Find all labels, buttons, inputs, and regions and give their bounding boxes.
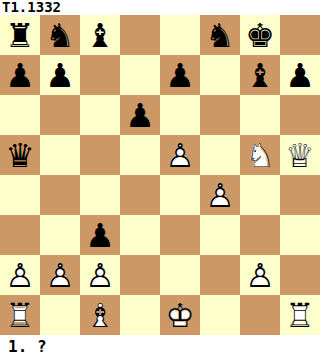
square-d5[interactable] [120, 135, 160, 175]
piece-black-rook: ♜ [0, 15, 40, 55]
square-b7[interactable]: ♟ [40, 55, 80, 95]
square-e6[interactable] [160, 95, 200, 135]
square-d4[interactable] [120, 175, 160, 215]
square-g4[interactable] [240, 175, 280, 215]
square-a4[interactable] [0, 175, 40, 215]
square-a7[interactable]: ♟ [0, 55, 40, 95]
square-g1[interactable] [240, 295, 280, 335]
piece-black-queen: ♛ [0, 135, 40, 175]
square-c7[interactable] [80, 55, 120, 95]
piece-white-pawn: ♟♙ [240, 255, 280, 295]
square-b5[interactable] [40, 135, 80, 175]
square-h5[interactable]: ♛♕ [280, 135, 320, 175]
piece-black-bishop: ♝ [80, 15, 120, 55]
piece-white-queen: ♛♕ [280, 135, 320, 175]
piece-white-rook: ♜♖ [280, 295, 320, 335]
square-b1[interactable] [40, 295, 80, 335]
square-h4[interactable] [280, 175, 320, 215]
square-h1[interactable]: ♜♖ [280, 295, 320, 335]
square-f4[interactable]: ♟♙ [200, 175, 240, 215]
puzzle-title: T1.1332 [0, 0, 320, 15]
square-c6[interactable] [80, 95, 120, 135]
square-d3[interactable] [120, 215, 160, 255]
square-h7[interactable]: ♟ [280, 55, 320, 95]
square-d6[interactable]: ♟ [120, 95, 160, 135]
piece-white-pawn: ♟♙ [40, 255, 80, 295]
square-a5[interactable]: ♛ [0, 135, 40, 175]
piece-white-knight: ♞♘ [240, 135, 280, 175]
chess-board: ♜♞♝♞♚♟♟♟♝♟♟♛♟♙♞♘♛♕♟♙♟♟♙♟♙♟♙♟♙♜♖♝♗♚♔♜♖ [0, 15, 320, 335]
square-e2[interactable] [160, 255, 200, 295]
square-f3[interactable] [200, 215, 240, 255]
piece-white-bishop: ♝♗ [80, 295, 120, 335]
square-g5[interactable]: ♞♘ [240, 135, 280, 175]
square-e1[interactable]: ♚♔ [160, 295, 200, 335]
piece-black-knight: ♞ [200, 15, 240, 55]
piece-white-king: ♚♔ [160, 295, 200, 335]
square-h2[interactable] [280, 255, 320, 295]
square-h6[interactable] [280, 95, 320, 135]
square-a3[interactable] [0, 215, 40, 255]
square-d8[interactable] [120, 15, 160, 55]
square-a1[interactable]: ♜♖ [0, 295, 40, 335]
square-b2[interactable]: ♟♙ [40, 255, 80, 295]
piece-white-pawn: ♟♙ [80, 255, 120, 295]
square-c2[interactable]: ♟♙ [80, 255, 120, 295]
piece-black-bishop: ♝ [240, 55, 280, 95]
square-e8[interactable] [160, 15, 200, 55]
square-e4[interactable] [160, 175, 200, 215]
square-a6[interactable] [0, 95, 40, 135]
piece-black-pawn: ♟ [40, 55, 80, 95]
piece-black-pawn: ♟ [80, 215, 120, 255]
square-c5[interactable] [80, 135, 120, 175]
square-e5[interactable]: ♟♙ [160, 135, 200, 175]
square-c8[interactable]: ♝ [80, 15, 120, 55]
square-c3[interactable]: ♟ [80, 215, 120, 255]
piece-black-pawn: ♟ [280, 55, 320, 95]
square-g2[interactable]: ♟♙ [240, 255, 280, 295]
square-h8[interactable] [280, 15, 320, 55]
square-f8[interactable]: ♞ [200, 15, 240, 55]
square-d7[interactable] [120, 55, 160, 95]
piece-white-pawn: ♟♙ [0, 255, 40, 295]
piece-white-pawn: ♟♙ [200, 175, 240, 215]
square-d2[interactable] [120, 255, 160, 295]
square-g7[interactable]: ♝ [240, 55, 280, 95]
square-g8[interactable]: ♚ [240, 15, 280, 55]
chess-app-window: T1.1332 ♜♞♝♞♚♟♟♟♝♟♟♛♟♙♞♘♛♕♟♙♟♟♙♟♙♟♙♟♙♜♖♝… [0, 0, 320, 360]
square-b6[interactable] [40, 95, 80, 135]
square-a8[interactable]: ♜ [0, 15, 40, 55]
square-f6[interactable] [200, 95, 240, 135]
square-g6[interactable] [240, 95, 280, 135]
square-f2[interactable] [200, 255, 240, 295]
square-h3[interactable] [280, 215, 320, 255]
square-f7[interactable] [200, 55, 240, 95]
square-b4[interactable] [40, 175, 80, 215]
square-f1[interactable] [200, 295, 240, 335]
piece-black-king: ♚ [240, 15, 280, 55]
square-e3[interactable] [160, 215, 200, 255]
piece-black-pawn: ♟ [120, 95, 160, 135]
square-d1[interactable] [120, 295, 160, 335]
piece-black-pawn: ♟ [160, 55, 200, 95]
square-b3[interactable] [40, 215, 80, 255]
piece-black-knight: ♞ [40, 15, 80, 55]
square-f5[interactable] [200, 135, 240, 175]
square-e7[interactable]: ♟ [160, 55, 200, 95]
square-c1[interactable]: ♝♗ [80, 295, 120, 335]
square-c4[interactable] [80, 175, 120, 215]
square-b8[interactable]: ♞ [40, 15, 80, 55]
piece-white-rook: ♜♖ [0, 295, 40, 335]
piece-white-pawn: ♟♙ [160, 135, 200, 175]
piece-black-pawn: ♟ [0, 55, 40, 95]
square-a2[interactable]: ♟♙ [0, 255, 40, 295]
square-g3[interactable] [240, 215, 280, 255]
move-prompt: 1. ? [0, 335, 320, 360]
